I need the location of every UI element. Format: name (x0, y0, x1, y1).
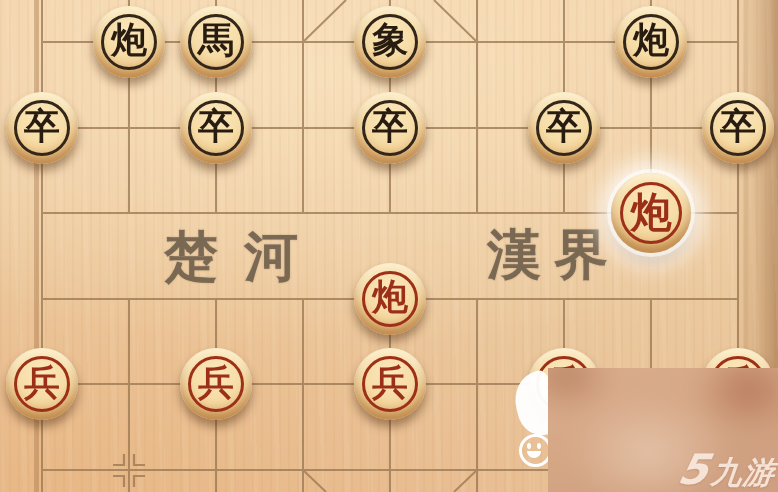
piece-black-elephant[interactable]: 象 (354, 6, 426, 78)
piece-glyph: 兵 (180, 347, 252, 419)
piece-glyph: 兵 (6, 347, 78, 419)
watermark-text: 九游 (709, 457, 776, 488)
piece-glyph: 馬 (180, 5, 252, 77)
piece-black-cannon[interactable]: 炮 (615, 6, 687, 78)
smiley-mouth (527, 451, 541, 458)
smiley-eye (527, 443, 531, 449)
piece-glyph: 卒 (528, 91, 600, 163)
piece-red-pawn[interactable]: 兵 (180, 348, 252, 420)
piece-red-cannon[interactable]: 炮 (354, 263, 426, 335)
piece-glyph: 卒 (702, 91, 774, 163)
piece-glyph: 兵 (354, 347, 426, 419)
xiangqi-game-screen: 楚河 漢界 炮馬象炮卒卒卒卒卒炮炮兵兵兵兵兵 5 九游 (0, 0, 778, 492)
piece-glyph: 炮 (93, 5, 165, 77)
piece-red-pawn[interactable]: 兵 (354, 348, 426, 420)
watermark-jiuyou: 5 九游 (679, 452, 775, 488)
piece-black-pawn[interactable]: 卒 (528, 92, 600, 164)
piece-black-pawn[interactable]: 卒 (6, 92, 78, 164)
piece-glyph: 卒 (354, 91, 426, 163)
piece-glyph: 卒 (6, 91, 78, 163)
piece-black-cannon[interactable]: 炮 (93, 6, 165, 78)
piece-black-pawn[interactable]: 卒 (180, 92, 252, 164)
piece-glyph: 炮 (615, 5, 687, 77)
piece-glyph: 卒 (180, 91, 252, 163)
piece-black-pawn[interactable]: 卒 (354, 92, 426, 164)
piece-glyph: 象 (354, 5, 426, 77)
piece-glyph: 炮 (354, 262, 426, 334)
piece-red-cannon[interactable]: 炮 (611, 173, 691, 253)
piece-black-horse[interactable]: 馬 (180, 6, 252, 78)
piece-black-pawn[interactable]: 卒 (702, 92, 774, 164)
jiuyou-logo-icon: 5 (675, 452, 712, 488)
smiley-eye (537, 443, 541, 449)
piece-glyph: 炮 (611, 172, 691, 252)
piece-red-pawn[interactable]: 兵 (6, 348, 78, 420)
